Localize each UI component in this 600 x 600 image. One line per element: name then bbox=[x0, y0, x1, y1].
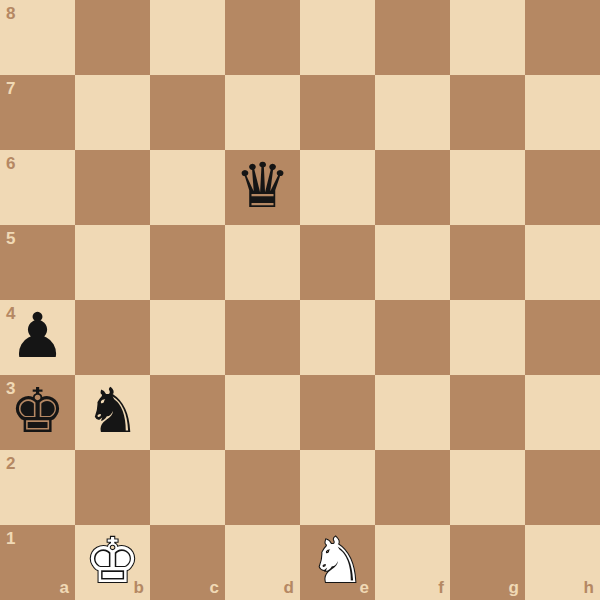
square-c7[interactable] bbox=[150, 75, 225, 150]
square-d6[interactable]: ♛ bbox=[225, 150, 300, 225]
square-b3[interactable]: ♞ bbox=[75, 375, 150, 450]
file-label-g: g bbox=[509, 579, 519, 596]
square-c4[interactable] bbox=[150, 300, 225, 375]
square-c3[interactable] bbox=[150, 375, 225, 450]
square-b4[interactable] bbox=[75, 300, 150, 375]
square-f4[interactable] bbox=[375, 300, 450, 375]
square-a4[interactable]: 4♟ bbox=[0, 300, 75, 375]
file-label-a: a bbox=[60, 579, 69, 596]
square-b7[interactable] bbox=[75, 75, 150, 150]
file-label-c: c bbox=[210, 579, 219, 596]
rank-label-6: 6 bbox=[6, 155, 15, 172]
square-e6[interactable] bbox=[300, 150, 375, 225]
square-c8[interactable] bbox=[150, 0, 225, 75]
rank-label-1: 1 bbox=[6, 530, 15, 547]
square-g5[interactable] bbox=[450, 225, 525, 300]
rank-label-2: 2 bbox=[6, 455, 15, 472]
square-f2[interactable] bbox=[375, 450, 450, 525]
square-d3[interactable] bbox=[225, 375, 300, 450]
square-f7[interactable] bbox=[375, 75, 450, 150]
square-c6[interactable] bbox=[150, 150, 225, 225]
square-d2[interactable] bbox=[225, 450, 300, 525]
square-f1[interactable]: f bbox=[375, 525, 450, 600]
square-d8[interactable] bbox=[225, 0, 300, 75]
square-b2[interactable] bbox=[75, 450, 150, 525]
white-knight[interactable]: ♞ bbox=[310, 525, 366, 598]
square-b8[interactable] bbox=[75, 0, 150, 75]
file-label-h: h bbox=[584, 579, 594, 596]
square-a2[interactable]: 2 bbox=[0, 450, 75, 525]
square-h3[interactable] bbox=[525, 375, 600, 450]
rank-label-8: 8 bbox=[6, 5, 15, 22]
square-g2[interactable] bbox=[450, 450, 525, 525]
square-g4[interactable] bbox=[450, 300, 525, 375]
square-b1[interactable]: b♚ bbox=[75, 525, 150, 600]
square-h6[interactable] bbox=[525, 150, 600, 225]
black-queen[interactable]: ♛ bbox=[235, 150, 291, 223]
square-g6[interactable] bbox=[450, 150, 525, 225]
square-f8[interactable] bbox=[375, 0, 450, 75]
square-f6[interactable] bbox=[375, 150, 450, 225]
black-knight[interactable]: ♞ bbox=[85, 375, 141, 448]
square-e7[interactable] bbox=[300, 75, 375, 150]
square-d5[interactable] bbox=[225, 225, 300, 300]
square-c5[interactable] bbox=[150, 225, 225, 300]
square-f5[interactable] bbox=[375, 225, 450, 300]
square-g1[interactable]: g bbox=[450, 525, 525, 600]
square-e3[interactable] bbox=[300, 375, 375, 450]
square-g7[interactable] bbox=[450, 75, 525, 150]
square-h5[interactable] bbox=[525, 225, 600, 300]
square-a1[interactable]: 1a bbox=[0, 525, 75, 600]
black-king[interactable]: ♚ bbox=[10, 375, 66, 448]
square-d1[interactable]: d bbox=[225, 525, 300, 600]
square-g8[interactable] bbox=[450, 0, 525, 75]
square-e1[interactable]: e♞ bbox=[300, 525, 375, 600]
square-f3[interactable] bbox=[375, 375, 450, 450]
file-label-d: d bbox=[284, 579, 294, 596]
square-h7[interactable] bbox=[525, 75, 600, 150]
rank-label-7: 7 bbox=[6, 80, 15, 97]
square-c2[interactable] bbox=[150, 450, 225, 525]
square-c1[interactable]: c bbox=[150, 525, 225, 600]
square-a7[interactable]: 7 bbox=[0, 75, 75, 150]
black-pawn[interactable]: ♟ bbox=[10, 300, 66, 373]
square-a6[interactable]: 6 bbox=[0, 150, 75, 225]
square-e5[interactable] bbox=[300, 225, 375, 300]
square-b5[interactable] bbox=[75, 225, 150, 300]
square-h8[interactable] bbox=[525, 0, 600, 75]
square-a3[interactable]: 3♚ bbox=[0, 375, 75, 450]
square-h2[interactable] bbox=[525, 450, 600, 525]
square-a5[interactable]: 5 bbox=[0, 225, 75, 300]
square-e4[interactable] bbox=[300, 300, 375, 375]
square-h4[interactable] bbox=[525, 300, 600, 375]
chess-board: 876♛54♟3♚♞21ab♚cde♞fgh bbox=[0, 0, 600, 600]
square-g3[interactable] bbox=[450, 375, 525, 450]
square-h1[interactable]: h bbox=[525, 525, 600, 600]
square-d4[interactable] bbox=[225, 300, 300, 375]
white-king[interactable]: ♚ bbox=[85, 525, 141, 598]
rank-label-5: 5 bbox=[6, 230, 15, 247]
square-a8[interactable]: 8 bbox=[0, 0, 75, 75]
square-d7[interactable] bbox=[225, 75, 300, 150]
square-e2[interactable] bbox=[300, 450, 375, 525]
square-b6[interactable] bbox=[75, 150, 150, 225]
square-e8[interactable] bbox=[300, 0, 375, 75]
file-label-f: f bbox=[438, 579, 444, 596]
